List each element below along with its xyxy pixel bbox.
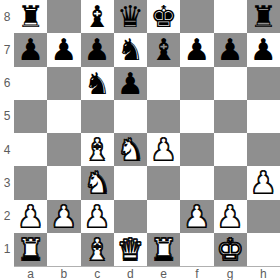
square-b8[interactable] bbox=[47, 0, 80, 33]
square-c8[interactable]: ♝ bbox=[81, 0, 114, 33]
file-labels: abcdefgh bbox=[14, 266, 280, 280]
file-label-f: f bbox=[180, 266, 213, 280]
black-pawn-icon[interactable]: ♟ bbox=[117, 67, 144, 100]
white-pawn-icon[interactable]: ♟ bbox=[17, 200, 44, 233]
square-b4[interactable] bbox=[47, 133, 80, 166]
black-pawn-icon[interactable]: ♟ bbox=[84, 33, 111, 66]
file-label-e: e bbox=[147, 266, 180, 280]
black-rook-icon[interactable]: ♜ bbox=[250, 0, 277, 33]
square-g7[interactable]: ♟ bbox=[214, 33, 247, 66]
chess-board: ♜♝♛♚♜♟♟♟♞♝♟♟♟♞♟♝♞♟♞♟♟♟♟♟♟♜♝♛♜♚ bbox=[14, 0, 280, 267]
square-f6[interactable] bbox=[180, 67, 213, 100]
square-a8[interactable]: ♜ bbox=[14, 0, 47, 33]
square-f5[interactable] bbox=[180, 100, 213, 133]
rank-label-6: 6 bbox=[0, 67, 14, 100]
white-pawn-icon[interactable]: ♟ bbox=[150, 133, 177, 166]
square-g2[interactable]: ♟ bbox=[214, 200, 247, 233]
square-a5[interactable] bbox=[14, 100, 47, 133]
square-f2[interactable]: ♟ bbox=[180, 200, 213, 233]
square-e3[interactable] bbox=[147, 166, 180, 199]
square-h4[interactable] bbox=[247, 133, 280, 166]
black-bishop-icon[interactable]: ♝ bbox=[150, 33, 177, 66]
square-g1[interactable]: ♚ bbox=[214, 233, 247, 266]
square-h5[interactable] bbox=[247, 100, 280, 133]
black-queen-icon[interactable]: ♛ bbox=[117, 0, 144, 33]
white-rook-icon[interactable]: ♜ bbox=[150, 233, 177, 266]
black-pawn-icon[interactable]: ♟ bbox=[17, 33, 44, 66]
black-knight-icon[interactable]: ♞ bbox=[84, 67, 111, 100]
square-b6[interactable] bbox=[47, 67, 80, 100]
square-f3[interactable] bbox=[180, 166, 213, 199]
square-g5[interactable] bbox=[214, 100, 247, 133]
square-b1[interactable] bbox=[47, 233, 80, 266]
file-label-g: g bbox=[214, 266, 247, 280]
square-h1[interactable] bbox=[247, 233, 280, 266]
square-d8[interactable]: ♛ bbox=[114, 0, 147, 33]
square-e2[interactable] bbox=[147, 200, 180, 233]
chess-diagram: 87654321 ♜♝♛♚♜♟♟♟♞♝♟♟♟♞♟♝♞♟♞♟♟♟♟♟♟♜♝♛♜♚ … bbox=[0, 0, 280, 280]
white-king-icon[interactable]: ♚ bbox=[217, 233, 244, 266]
white-pawn-icon[interactable]: ♟ bbox=[217, 200, 244, 233]
square-a1[interactable]: ♜ bbox=[14, 233, 47, 266]
file-label-b: b bbox=[47, 266, 80, 280]
square-c1[interactable]: ♝ bbox=[81, 233, 114, 266]
square-d6[interactable]: ♟ bbox=[114, 67, 147, 100]
square-a6[interactable] bbox=[14, 67, 47, 100]
square-h8[interactable]: ♜ bbox=[247, 0, 280, 33]
square-d1[interactable]: ♛ bbox=[114, 233, 147, 266]
square-c4[interactable]: ♝ bbox=[81, 133, 114, 166]
black-rook-icon[interactable]: ♜ bbox=[17, 0, 44, 33]
square-f1[interactable] bbox=[180, 233, 213, 266]
file-label-a: a bbox=[14, 266, 47, 280]
black-pawn-icon[interactable]: ♟ bbox=[217, 33, 244, 66]
rank-label-1: 1 bbox=[0, 233, 14, 266]
square-c7[interactable]: ♟ bbox=[81, 33, 114, 66]
square-h3[interactable]: ♟ bbox=[247, 166, 280, 199]
black-pawn-icon[interactable]: ♟ bbox=[50, 33, 77, 66]
square-a7[interactable]: ♟ bbox=[14, 33, 47, 66]
white-pawn-icon[interactable]: ♟ bbox=[84, 200, 111, 233]
square-g8[interactable] bbox=[214, 0, 247, 33]
rank-label-3: 3 bbox=[0, 166, 14, 199]
black-knight-icon[interactable]: ♞ bbox=[117, 33, 144, 66]
square-c6[interactable]: ♞ bbox=[81, 67, 114, 100]
rank-label-8: 8 bbox=[0, 0, 14, 33]
square-g4[interactable] bbox=[214, 133, 247, 166]
white-bishop-icon[interactable]: ♝ bbox=[84, 133, 111, 166]
square-h6[interactable] bbox=[247, 67, 280, 100]
rank-label-2: 2 bbox=[0, 200, 14, 233]
square-e6[interactable] bbox=[147, 67, 180, 100]
white-rook-icon[interactable]: ♜ bbox=[17, 233, 44, 266]
square-b7[interactable]: ♟ bbox=[47, 33, 80, 66]
black-pawn-icon[interactable]: ♟ bbox=[183, 33, 210, 66]
square-c2[interactable]: ♟ bbox=[81, 200, 114, 233]
file-label-h: h bbox=[247, 266, 280, 280]
square-b5[interactable] bbox=[47, 100, 80, 133]
square-b2[interactable]: ♟ bbox=[47, 200, 80, 233]
square-e7[interactable]: ♝ bbox=[147, 33, 180, 66]
square-g3[interactable] bbox=[214, 166, 247, 199]
file-label-c: c bbox=[81, 266, 114, 280]
square-f7[interactable]: ♟ bbox=[180, 33, 213, 66]
white-knight-icon[interactable]: ♞ bbox=[84, 166, 111, 199]
square-e5[interactable] bbox=[147, 100, 180, 133]
rank-labels: 87654321 bbox=[0, 0, 14, 266]
square-d5[interactable] bbox=[114, 100, 147, 133]
square-b3[interactable] bbox=[47, 166, 80, 199]
square-e4[interactable]: ♟ bbox=[147, 133, 180, 166]
square-g6[interactable] bbox=[214, 67, 247, 100]
square-h7[interactable]: ♟ bbox=[247, 33, 280, 66]
square-a2[interactable]: ♟ bbox=[14, 200, 47, 233]
black-bishop-icon[interactable]: ♝ bbox=[84, 0, 111, 33]
square-f4[interactable] bbox=[180, 133, 213, 166]
black-pawn-icon[interactable]: ♟ bbox=[250, 33, 277, 66]
rank-label-4: 4 bbox=[0, 133, 14, 166]
square-c3[interactable]: ♞ bbox=[81, 166, 114, 199]
black-king-icon[interactable]: ♚ bbox=[150, 0, 177, 33]
square-a4[interactable] bbox=[14, 133, 47, 166]
white-knight-icon[interactable]: ♞ bbox=[117, 133, 144, 166]
rank-label-7: 7 bbox=[0, 33, 14, 66]
square-f8[interactable] bbox=[180, 0, 213, 33]
square-e1[interactable]: ♜ bbox=[147, 233, 180, 266]
square-d2[interactable] bbox=[114, 200, 147, 233]
square-e8[interactable]: ♚ bbox=[147, 0, 180, 33]
white-pawn-icon[interactable]: ♟ bbox=[183, 200, 210, 233]
square-d4[interactable]: ♞ bbox=[114, 133, 147, 166]
white-queen-icon[interactable]: ♛ bbox=[117, 233, 144, 266]
white-bishop-icon[interactable]: ♝ bbox=[84, 233, 111, 266]
square-a3[interactable] bbox=[14, 166, 47, 199]
rank-label-5: 5 bbox=[0, 100, 14, 133]
square-d7[interactable]: ♞ bbox=[114, 33, 147, 66]
square-d3[interactable] bbox=[114, 166, 147, 199]
white-pawn-icon[interactable]: ♟ bbox=[250, 166, 277, 199]
square-c5[interactable] bbox=[81, 100, 114, 133]
file-label-d: d bbox=[114, 266, 147, 280]
square-h2[interactable] bbox=[247, 200, 280, 233]
white-pawn-icon[interactable]: ♟ bbox=[50, 200, 77, 233]
